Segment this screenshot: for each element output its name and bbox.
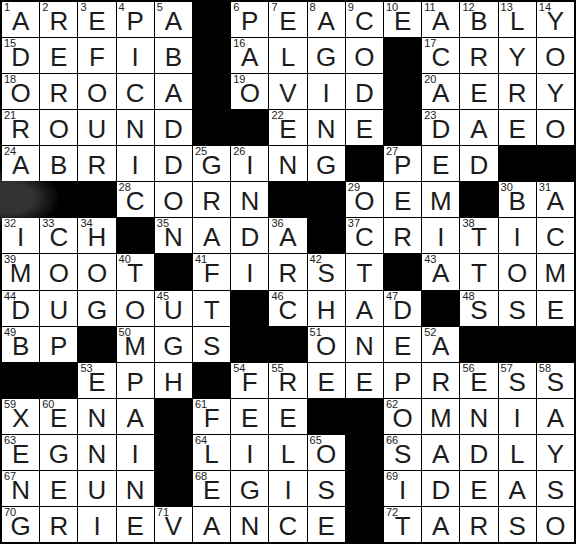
grid-cell-r11c5[interactable]: H xyxy=(155,363,192,398)
grid-cell-r14c7[interactable]: G xyxy=(231,471,268,506)
grid-cell-r4c1[interactable]: 21R xyxy=(2,110,39,145)
clue-number: 72 xyxy=(386,507,398,519)
grid-cell-r3c8[interactable]: V xyxy=(269,74,306,109)
grid-cell-r15c3[interactable]: I xyxy=(78,507,115,542)
grid-cell-r5c9[interactable]: G xyxy=(308,146,345,181)
clue-number: 13 xyxy=(501,2,513,14)
grid-cell-r11c8[interactable]: 55R xyxy=(269,363,306,398)
cell-letter: I xyxy=(246,260,253,286)
clue-number: 10 xyxy=(386,2,398,14)
grid-cell-r10c5[interactable]: G xyxy=(155,327,192,362)
grid-cell-r5c4[interactable]: I xyxy=(117,146,154,181)
grid-cell-r14c9[interactable]: S xyxy=(308,471,345,506)
cell-letter: L xyxy=(281,44,295,70)
grid-cell-r2c15[interactable]: O xyxy=(537,38,574,73)
cell-letter: R xyxy=(279,260,298,286)
grid-cell-r2c7[interactable]: 16A xyxy=(231,38,268,73)
grid-cell-r11c15[interactable]: 58S xyxy=(537,363,574,398)
grid-cell-r15c4[interactable]: E xyxy=(117,507,154,542)
grid-cell-r4c9[interactable]: N xyxy=(308,110,345,145)
grid-cell-r9c5[interactable]: 45U xyxy=(155,291,192,326)
grid-cell-r1c11[interactable]: 10E xyxy=(384,2,421,37)
grid-cell-r14c2[interactable]: E xyxy=(40,471,77,506)
cell-letter: N xyxy=(240,188,259,214)
grid-cell-r1c4[interactable]: 4P xyxy=(117,2,154,37)
grid-cell-r13c14[interactable]: L xyxy=(499,435,536,470)
grid-cell-r7c12[interactable]: I xyxy=(422,218,459,253)
grid-cell-r15c8[interactable]: C xyxy=(269,507,306,542)
grid-cell-r7c11[interactable]: R xyxy=(384,218,421,253)
cell-letter: R xyxy=(470,44,489,70)
grid-cell-r13c11[interactable]: 66S xyxy=(384,435,421,470)
grid-cell-r11c3[interactable]: 53E xyxy=(78,363,115,398)
grid-cell-r11c13[interactable]: 56E xyxy=(460,363,497,398)
grid-cell-r13c15[interactable]: Y xyxy=(537,435,574,470)
grid-cell-r11c11[interactable]: P xyxy=(384,363,421,398)
grid-cell-r7c2[interactable]: 33C xyxy=(40,218,77,253)
cell-letter: D xyxy=(164,152,183,178)
cell-letter: I xyxy=(514,224,521,250)
grid-cell-r15c12[interactable]: A xyxy=(422,507,459,542)
clue-number: 29 xyxy=(348,182,360,194)
grid-cell-r11c14[interactable]: 57S xyxy=(499,363,536,398)
grid-cell-r4c2[interactable]: O xyxy=(40,110,77,145)
cell-letter: H xyxy=(164,369,183,395)
grid-cell-r5c2[interactable]: B xyxy=(40,146,77,181)
block-cell xyxy=(346,146,383,181)
clue-number: 65 xyxy=(310,435,322,447)
clue-number: 33 xyxy=(42,218,54,230)
grid-cell-r8c7[interactable]: I xyxy=(231,254,268,289)
grid-cell-r12c3[interactable]: N xyxy=(78,399,115,434)
grid-cell-r12c11[interactable]: 62O xyxy=(384,399,421,434)
grid-cell-r3c4[interactable]: C xyxy=(117,74,154,109)
grid-cell-r12c1[interactable]: 59X xyxy=(2,399,39,434)
grid-cell-r2c9[interactable]: G xyxy=(308,38,345,73)
grid-cell-r10c9[interactable]: 51O xyxy=(308,327,345,362)
block-cell xyxy=(193,74,230,109)
grid-cell-r3c5[interactable]: A xyxy=(155,74,192,109)
clue-number: 38 xyxy=(462,218,474,230)
cell-letter: V xyxy=(279,80,296,106)
grid-cell-r14c4[interactable]: N xyxy=(117,471,154,506)
grid-cell-r1c1[interactable]: 1A xyxy=(2,2,39,37)
cell-letter: N xyxy=(88,405,107,431)
grid-cell-r3c13[interactable]: E xyxy=(460,74,497,109)
block-cell xyxy=(384,38,421,73)
cell-letter: I xyxy=(399,477,406,503)
block-cell xyxy=(155,471,192,506)
grid-cell-r9c15[interactable]: E xyxy=(537,291,574,326)
grid-cell-r8c8[interactable]: R xyxy=(269,254,306,289)
grid-cell-r1c13[interactable]: 12B xyxy=(460,2,497,37)
grid-cell-r15c7[interactable]: N xyxy=(231,507,268,542)
cell-letter: A xyxy=(547,405,564,431)
grid-cell-r12c12[interactable]: M xyxy=(422,399,459,434)
cell-letter: N xyxy=(240,513,259,539)
grid-cell-r6c12[interactable]: M xyxy=(422,182,459,217)
grid-cell-r2c4[interactable]: I xyxy=(117,38,154,73)
grid-cell-r6c10[interactable]: 29O xyxy=(346,182,383,217)
grid-cell-r4c15[interactable]: O xyxy=(537,110,574,145)
clue-number: 50 xyxy=(119,327,131,339)
cell-letter: T xyxy=(204,297,220,323)
grid-cell-r7c1[interactable]: 32I xyxy=(2,218,39,253)
grid-cell-r12c15[interactable]: A xyxy=(537,399,574,434)
grid-cell-r9c13[interactable]: 48S xyxy=(460,291,497,326)
grid-cell-r7c6[interactable]: A xyxy=(193,218,230,253)
clue-number: 37 xyxy=(348,218,360,230)
clue-number: 39 xyxy=(4,254,16,266)
cell-letter: E xyxy=(356,116,373,142)
grid-cell-r2c10[interactable]: O xyxy=(346,38,383,73)
clue-number: 8 xyxy=(310,2,316,14)
block-cell xyxy=(460,182,497,217)
grid-cell-r4c4[interactable]: N xyxy=(117,110,154,145)
grid-cell-r4c12[interactable]: 23D xyxy=(422,110,459,145)
grid-cell-r12c8[interactable]: E xyxy=(269,399,306,434)
clue-number: 27 xyxy=(386,146,398,158)
clue-number: 58 xyxy=(539,363,551,375)
grid-cell-r2c2[interactable]: E xyxy=(40,38,77,73)
grid-cell-r7c5[interactable]: 35N xyxy=(155,218,192,253)
clue-number: 63 xyxy=(4,435,16,447)
cell-letter: B xyxy=(50,152,67,178)
clue-number: 2 xyxy=(42,2,48,14)
grid-cell-r13c6[interactable]: 64L xyxy=(193,435,230,470)
grid-cell-r9c10[interactable]: A xyxy=(346,291,383,326)
cell-letter: S xyxy=(547,477,564,503)
grid-cell-r10c1[interactable]: 49B xyxy=(2,327,39,362)
grid-cell-r10c12[interactable]: 52A xyxy=(422,327,459,362)
block-cell xyxy=(346,435,383,470)
clue-number: 24 xyxy=(4,146,16,158)
grid-cell-r8c9[interactable]: 42S xyxy=(308,254,345,289)
grid-cell-r2c8[interactable]: L xyxy=(269,38,306,73)
grid-cell-r6c7[interactable]: N xyxy=(231,182,268,217)
cell-letter: A xyxy=(318,8,335,34)
grid-cell-r9c4[interactable]: O xyxy=(117,291,154,326)
cell-letter: I xyxy=(246,441,253,467)
cell-letter: T xyxy=(356,260,372,286)
grid-cell-r9c8[interactable]: 46C xyxy=(269,291,306,326)
grid-cell-r9c6[interactable]: T xyxy=(193,291,230,326)
grid-cell-r13c13[interactable]: D xyxy=(460,435,497,470)
grid-cell-r10c10[interactable]: N xyxy=(346,327,383,362)
grid-cell-r8c3[interactable]: O xyxy=(78,254,115,289)
grid-cell-r3c14[interactable]: R xyxy=(499,74,536,109)
grid-cell-r3c15[interactable]: Y xyxy=(537,74,574,109)
grid-cell-r6c11[interactable]: E xyxy=(384,182,421,217)
cell-letter: G xyxy=(316,152,336,178)
grid-cell-r13c8[interactable]: L xyxy=(269,435,306,470)
cell-letter: O xyxy=(545,44,565,70)
block-cell xyxy=(2,363,39,398)
grid-cell-r7c7[interactable]: D xyxy=(231,218,268,253)
grid-cell-r15c14[interactable]: S xyxy=(499,507,536,542)
grid-cell-r13c4[interactable]: I xyxy=(117,435,154,470)
grid-cell-r2c12[interactable]: 17C xyxy=(422,38,459,73)
grid-cell-r9c9[interactable]: H xyxy=(308,291,345,326)
grid-cell-r7c3[interactable]: 34H xyxy=(78,218,115,253)
clue-number: 66 xyxy=(386,435,398,447)
cell-letter: I xyxy=(17,224,24,250)
grid-cell-r5c8[interactable]: N xyxy=(269,146,306,181)
grid-cell-r14c15[interactable]: S xyxy=(537,471,574,506)
clue-number: 51 xyxy=(310,327,322,339)
grid-cell-r15c13[interactable]: R xyxy=(460,507,497,542)
grid-cell-r2c13[interactable]: R xyxy=(460,38,497,73)
grid-cell-r9c1[interactable]: 44D xyxy=(2,291,39,326)
grid-cell-r5c5[interactable]: D xyxy=(155,146,192,181)
grid-cell-r13c3[interactable]: N xyxy=(78,435,115,470)
grid-cell-r14c1[interactable]: 67N xyxy=(2,471,39,506)
block-cell xyxy=(231,291,268,326)
grid-cell-r8c12[interactable]: 43A xyxy=(422,254,459,289)
cell-letter: R xyxy=(508,80,527,106)
clue-number: 15 xyxy=(4,38,16,50)
block-cell xyxy=(384,254,421,289)
grid-cell-r5c7[interactable]: 26I xyxy=(231,146,268,181)
grid-cell-r7c14[interactable]: I xyxy=(499,218,536,253)
grid-cell-r8c13[interactable]: T xyxy=(460,254,497,289)
cell-letter: E xyxy=(394,188,411,214)
grid-cell-r12c6[interactable]: 61F xyxy=(193,399,230,434)
cell-letter: O xyxy=(545,116,565,142)
grid-cell-r5c1[interactable]: 24A xyxy=(2,146,39,181)
cell-letter: E xyxy=(127,513,144,539)
grid-cell-r4c5[interactable]: D xyxy=(155,110,192,145)
cell-letter: C xyxy=(279,513,298,539)
grid-cell-r2c5[interactable]: B xyxy=(155,38,192,73)
grid-cell-r12c4[interactable]: A xyxy=(117,399,154,434)
grid-cell-r6c4[interactable]: 28C xyxy=(117,182,154,217)
grid-cell-r12c13[interactable]: N xyxy=(460,399,497,434)
grid-cell-r3c1[interactable]: 18O xyxy=(2,74,39,109)
cell-letter: A xyxy=(165,80,182,106)
block-cell xyxy=(269,327,306,362)
grid-cell-r15c11[interactable]: 72T xyxy=(384,507,421,542)
grid-cell-r14c8[interactable]: I xyxy=(269,471,306,506)
grid-cell-r11c12[interactable]: R xyxy=(422,363,459,398)
block-cell xyxy=(384,74,421,109)
grid-cell-r1c14[interactable]: 13L xyxy=(499,2,536,37)
cell-letter: N xyxy=(279,152,298,178)
clue-number: 41 xyxy=(195,254,207,266)
cell-letter: E xyxy=(318,513,335,539)
cell-letter: P xyxy=(127,8,144,34)
cell-letter: M xyxy=(545,260,567,286)
grid-cell-r11c9[interactable]: E xyxy=(308,363,345,398)
grid-cell-r8c10[interactable]: T xyxy=(346,254,383,289)
grid-cell-r8c6[interactable]: 41F xyxy=(193,254,230,289)
grid-cell-r1c8[interactable]: 7E xyxy=(269,2,306,37)
grid-cell-r8c1[interactable]: 39M xyxy=(2,254,39,289)
grid-cell-r10c2[interactable]: P xyxy=(40,327,77,362)
grid-cell-r8c14[interactable]: O xyxy=(499,254,536,289)
cell-letter: A xyxy=(432,441,449,467)
cell-letter: A xyxy=(432,513,449,539)
grid-cell-r10c11[interactable]: E xyxy=(384,327,421,362)
grid-cell-r4c10[interactable]: E xyxy=(346,110,383,145)
grid-cell-r13c7[interactable]: I xyxy=(231,435,268,470)
cell-letter: O xyxy=(545,513,565,539)
clue-number: 23 xyxy=(424,110,436,122)
cell-letter: G xyxy=(240,477,260,503)
grid-cell-r12c7[interactable]: E xyxy=(231,399,268,434)
cell-letter: I xyxy=(246,152,253,178)
grid-cell-r4c13[interactable]: A xyxy=(460,110,497,145)
cell-letter: D xyxy=(470,152,489,178)
grid-cell-r1c10[interactable]: 9C xyxy=(346,2,383,37)
grid-cell-r12c14[interactable]: I xyxy=(499,399,536,434)
grid-cell-r10c4[interactable]: 50M xyxy=(117,327,154,362)
cell-letter: E xyxy=(318,369,335,395)
cell-letter: R xyxy=(49,8,68,34)
block-cell xyxy=(193,2,230,37)
clue-number: 61 xyxy=(195,399,207,411)
grid-cell-r2c1[interactable]: 15D xyxy=(2,38,39,73)
grid-cell-r2c14[interactable]: Y xyxy=(499,38,536,73)
cell-letter: D xyxy=(470,441,489,467)
cell-letter: I xyxy=(323,80,330,106)
grid-cell-r14c14[interactable]: A xyxy=(499,471,536,506)
clue-number: 64 xyxy=(195,435,207,447)
clue-number: 18 xyxy=(4,74,16,86)
cell-letter: O xyxy=(354,44,374,70)
grid-cell-r6c15[interactable]: 31A xyxy=(537,182,574,217)
grid-cell-r5c6[interactable]: 25G xyxy=(193,146,230,181)
grid-cell-r15c9[interactable]: E xyxy=(308,507,345,542)
grid-cell-r3c10[interactable]: D xyxy=(346,74,383,109)
clue-number: 3 xyxy=(80,2,86,14)
block-cell xyxy=(422,291,459,326)
cell-letter: P xyxy=(394,369,411,395)
grid-cell-r3c9[interactable]: I xyxy=(308,74,345,109)
grid-cell-r4c3[interactable]: U xyxy=(78,110,115,145)
grid-cell-r8c4[interactable]: 40T xyxy=(117,254,154,289)
grid-cell-r1c5[interactable]: 5A xyxy=(155,2,192,37)
cell-letter: I xyxy=(514,405,521,431)
grid-cell-r12c2[interactable]: 60E xyxy=(40,399,77,434)
grid-cell-r6c5[interactable]: O xyxy=(155,182,192,217)
grid-cell-r5c11[interactable]: 27P xyxy=(384,146,421,181)
grid-cell-r1c2[interactable]: 2R xyxy=(40,2,77,37)
grid-cell-r14c11[interactable]: 69I xyxy=(384,471,421,506)
grid-cell-r2c3[interactable]: F xyxy=(78,38,115,73)
grid-cell-r15c15[interactable]: O xyxy=(537,507,574,542)
cell-letter: D xyxy=(431,477,450,503)
clue-number: 6 xyxy=(233,2,239,14)
grid-cell-r15c6[interactable]: A xyxy=(193,507,230,542)
grid-cell-r14c6[interactable]: 68E xyxy=(193,471,230,506)
cell-letter: G xyxy=(316,44,336,70)
clue-number: 43 xyxy=(424,254,436,266)
clue-number: 54 xyxy=(233,363,245,375)
grid-cell-r9c2[interactable]: U xyxy=(40,291,77,326)
grid-cell-r13c9[interactable]: 65O xyxy=(308,435,345,470)
grid-cell-r3c12[interactable]: 20A xyxy=(422,74,459,109)
grid-cell-r8c2[interactable]: O xyxy=(40,254,77,289)
clue-number: 20 xyxy=(424,74,436,86)
clue-number: 48 xyxy=(462,291,474,303)
cell-letter: O xyxy=(87,260,107,286)
cell-letter: C xyxy=(546,224,565,250)
grid-cell-r3c3[interactable]: O xyxy=(78,74,115,109)
grid-cell-r15c2[interactable]: R xyxy=(40,507,77,542)
clue-number: 36 xyxy=(271,218,283,230)
block-cell xyxy=(78,327,115,362)
cell-letter: Y xyxy=(547,441,564,467)
cell-letter: P xyxy=(50,333,67,359)
grid-cell-r14c13[interactable]: E xyxy=(460,471,497,506)
grid-cell-r4c14[interactable]: E xyxy=(499,110,536,145)
grid-cell-r5c3[interactable]: R xyxy=(78,146,115,181)
clue-number: 46 xyxy=(271,291,283,303)
grid-cell-r13c2[interactable]: G xyxy=(40,435,77,470)
clue-number: 53 xyxy=(80,363,92,375)
cell-letter: E xyxy=(50,44,67,70)
cell-letter: R xyxy=(393,224,412,250)
grid-cell-r6c14[interactable]: 30B xyxy=(499,182,536,217)
block-cell xyxy=(346,507,383,542)
grid-cell-r15c5[interactable]: 71V xyxy=(155,507,192,542)
grid-cell-r5c12[interactable]: E xyxy=(422,146,459,181)
grid-cell-r11c10[interactable]: E xyxy=(346,363,383,398)
grid-cell-r5c13[interactable]: D xyxy=(460,146,497,181)
grid-cell-r9c3[interactable]: G xyxy=(78,291,115,326)
grid-cell-r3c2[interactable]: R xyxy=(40,74,77,109)
cell-letter: G xyxy=(87,297,107,323)
grid-cell-r8c15[interactable]: M xyxy=(537,254,574,289)
grid-cell-r15c1[interactable]: 70G xyxy=(2,507,39,542)
block-cell xyxy=(499,327,536,362)
grid-cell-r6c6[interactable]: R xyxy=(193,182,230,217)
cell-letter: A xyxy=(165,8,182,34)
clue-number: 1 xyxy=(4,2,10,14)
grid-cell-r14c3[interactable]: U xyxy=(78,471,115,506)
grid-cell-r10c6[interactable]: S xyxy=(193,327,230,362)
grid-cell-r11c7[interactable]: 54F xyxy=(231,363,268,398)
cell-letter: M xyxy=(430,405,452,431)
grid-cell-r1c12[interactable]: 11A xyxy=(422,2,459,37)
clue-number: 69 xyxy=(386,471,398,483)
grid-cell-r7c10[interactable]: 37C xyxy=(346,218,383,253)
grid-cell-r4c8[interactable]: 22E xyxy=(269,110,306,145)
grid-cell-r3c7[interactable]: 19O xyxy=(231,74,268,109)
grid-cell-r1c9[interactable]: 8A xyxy=(308,2,345,37)
block-cell xyxy=(384,110,421,145)
cell-letter: I xyxy=(132,44,139,70)
grid-cell-r9c14[interactable]: S xyxy=(499,291,536,326)
grid-cell-r7c15[interactable]: C xyxy=(537,218,574,253)
grid-cell-r14c12[interactable]: D xyxy=(422,471,459,506)
clue-number: 34 xyxy=(80,218,92,230)
cell-letter: S xyxy=(509,513,526,539)
cell-letter: Y xyxy=(509,44,526,70)
grid-cell-r1c7[interactable]: 6P xyxy=(231,2,268,37)
cell-letter: U xyxy=(88,116,107,142)
grid-cell-r13c12[interactable]: A xyxy=(422,435,459,470)
grid-cell-r1c3[interactable]: 3E xyxy=(78,2,115,37)
grid-cell-r7c13[interactable]: 38T xyxy=(460,218,497,253)
clue-number: 30 xyxy=(501,182,513,194)
grid-cell-r11c4[interactable]: P xyxy=(117,363,154,398)
grid-cell-r13c1[interactable]: 63E xyxy=(2,435,39,470)
grid-cell-r9c11[interactable]: 47D xyxy=(384,291,421,326)
grid-cell-r1c15[interactable]: 14Y xyxy=(537,2,574,37)
grid-cell-r7c8[interactable]: 36A xyxy=(269,218,306,253)
